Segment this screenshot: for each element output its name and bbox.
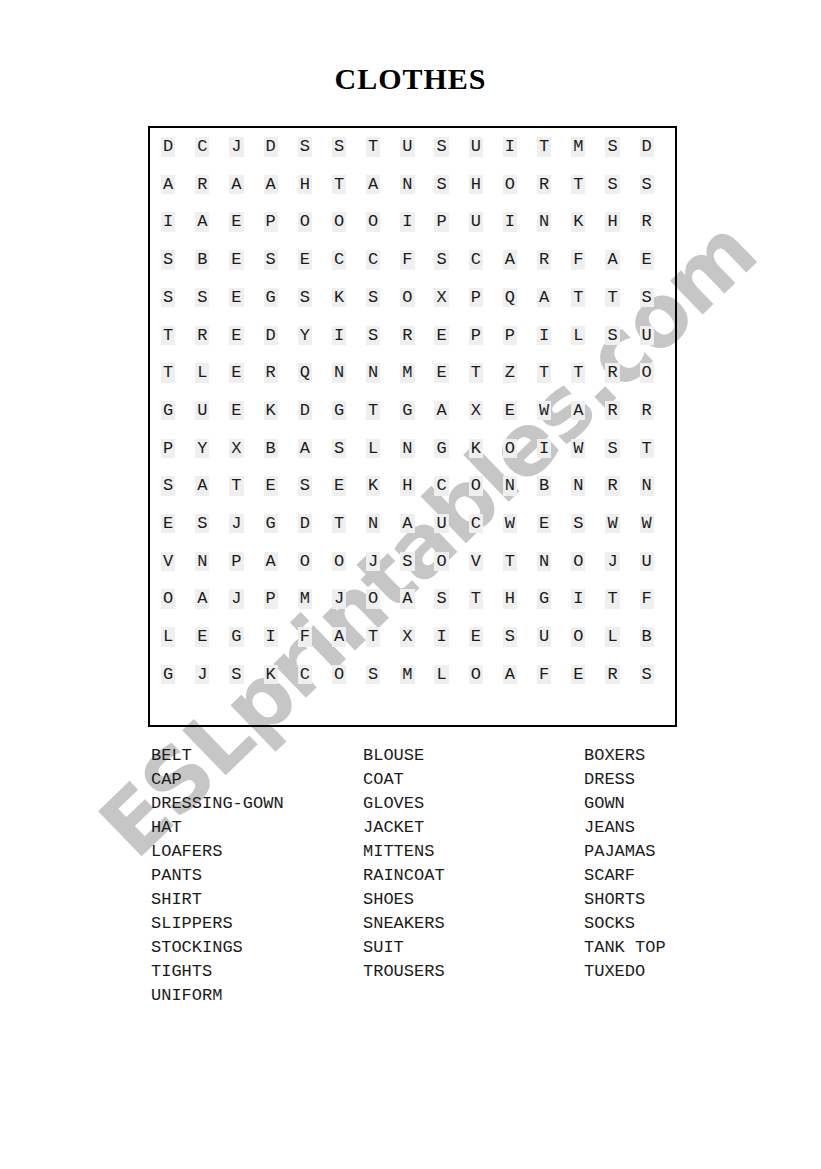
grid-letter: Q [503,288,517,308]
grid-cell-r5c1: S [151,279,185,317]
grid-cell-r10c3: T [219,467,253,505]
grid-cell-r3c13: K [561,203,595,241]
grid-cell-r2c13: T [561,166,595,204]
word-item: UNIFORM [151,984,284,1008]
grid-letter: E [264,476,278,496]
word-item: JACKET [363,816,445,840]
grid-letter: H [605,212,619,232]
grid-letter: K [469,439,483,459]
grid-letter: G [434,439,448,459]
grid-letter: S [366,665,380,685]
grid-letter: G [161,401,175,421]
grid-letter: C [469,250,483,270]
grid-cell-r9c7: L [356,430,390,468]
grid-cell-r13c15: F [630,580,664,618]
grid-cell-r12c15: U [630,543,664,581]
word-item: PANTS [151,864,284,888]
grid-cell-r6c9: E [425,316,459,354]
grid-cell-r2c1: A [151,166,185,204]
grid-letter: V [469,552,483,572]
grid-letter: O [640,363,654,383]
grid-letter: A [298,439,312,459]
grid-cell-r5c14: T [595,279,629,317]
grid-letter: K [264,401,278,421]
grid-cell-r1c14: S [595,128,629,166]
grid-cell-r15c13: E [561,656,595,694]
grid-letter: X [469,401,483,421]
grid-cell-r4c8: F [390,241,424,279]
grid-cell-r2c10: H [459,166,493,204]
grid-letter: O [469,665,483,685]
grid-cell-r12c11: T [493,543,527,581]
grid-letter: L [434,665,448,685]
grid-cell-r2c4: A [254,166,288,204]
grid-letter: C [195,137,209,157]
grid-letter: R [640,212,654,232]
grid-letter: U [400,137,414,157]
word-item: BELT [151,744,284,768]
grid-cell-r4c4: S [254,241,288,279]
grid-cell-r9c8: N [390,430,424,468]
grid-letter: I [537,439,551,459]
grid-cell-r1c11: I [493,128,527,166]
word-item: SHIRT [151,888,284,912]
grid-letter: A [264,552,278,572]
grid-cell-r12c8: S [390,543,424,581]
grid-cell-r6c3: E [219,316,253,354]
grid-cell-r11c15: W [630,505,664,543]
grid-letter: N [503,476,517,496]
word-item: CAP [151,768,284,792]
grid-letter: H [469,175,483,195]
grid-cell-r1c3: J [219,128,253,166]
grid-cell-r3c7: O [356,203,390,241]
grid-cell-r13c10: T [459,580,493,618]
puzzle-title: CLOTHES [0,62,821,96]
grid-cell-r10c2: A [185,467,219,505]
grid-cell-r13c14: T [595,580,629,618]
grid-letter: I [434,627,448,647]
grid-cell-r12c14: J [595,543,629,581]
grid-cell-r15c7: S [356,656,390,694]
grid-cell-r9c10: K [459,430,493,468]
word-item: HAT [151,816,284,840]
grid-letter: D [264,137,278,157]
grid-letter: N [366,363,380,383]
grid-cell-r5c8: O [390,279,424,317]
grid-cell-r8c3: E [219,392,253,430]
grid-letter: S [605,326,619,346]
word-item: TROUSERS [363,960,445,984]
grid-cell-r12c2: N [185,543,219,581]
grid-cell-r11c12: E [527,505,561,543]
grid-cell-r6c5: Y [288,316,322,354]
grid-letter: O [503,439,517,459]
grid-cell-r15c9: L [425,656,459,694]
grid-cell-r4c1: S [151,241,185,279]
grid-letter: M [298,589,312,609]
grid-cell-r14c1: L [151,618,185,656]
grid-cell-r12c12: N [527,543,561,581]
grid-cell-r2c6: T [322,166,356,204]
grid-cell-r12c13: O [561,543,595,581]
word-item: TUXEDO [584,960,666,984]
grid-letter: C [298,665,312,685]
grid-cell-r4c10: C [459,241,493,279]
word-item: BOXERS [584,744,666,768]
grid-cell-r2c3: A [219,166,253,204]
grid-letter: T [366,627,380,647]
grid-cell-r3c2: A [185,203,219,241]
grid-cell-r1c2: C [185,128,219,166]
grid-cell-r15c14: R [595,656,629,694]
grid-cell-r7c8: M [390,354,424,392]
grid-letter: A [366,175,380,195]
grid-letter: O [366,589,380,609]
grid-letter: O [400,288,414,308]
grid-cell-r3c1: I [151,203,185,241]
grid-letter: E [229,326,243,346]
grid-letter: T [366,401,380,421]
grid-cell-r7c15: O [630,354,664,392]
grid-cell-r11c4: G [254,505,288,543]
grid-cell-r13c2: A [185,580,219,618]
grid-letter: R [195,175,209,195]
grid-letter: J [229,514,243,534]
grid-letter: N [400,439,414,459]
word-item: SCARF [584,864,666,888]
grid-letter: O [298,212,312,232]
grid-cell-r15c6: O [322,656,356,694]
grid-cell-r15c8: M [390,656,424,694]
word-item: RAINCOAT [363,864,445,888]
grid-letter: T [537,363,551,383]
grid-letter: B [195,250,209,270]
grid-letter: E [503,401,517,421]
word-item: DRESS [584,768,666,792]
grid-cell-r10c12: B [527,467,561,505]
grid-cell-r7c13: T [561,354,595,392]
grid-letter: T [161,326,175,346]
grid-cell-r12c1: V [151,543,185,581]
grid-letter: R [195,326,209,346]
grid-cell-r7c9: E [425,354,459,392]
grid-letter: O [571,627,585,647]
grid-letter: S [195,514,209,534]
grid-letter: T [503,552,517,572]
grid-cell-r13c9: S [425,580,459,618]
grid-cell-r7c14: R [595,354,629,392]
grid-cell-r9c15: T [630,430,664,468]
grid-letter: S [264,250,278,270]
word-item: SHOES [363,888,445,912]
grid-cell-r4c7: C [356,241,390,279]
grid-letter: E [332,476,346,496]
grid-letter: G [161,665,175,685]
grid-cell-r4c2: B [185,241,219,279]
grid-letter: T [229,476,243,496]
grid-letter: A [503,250,517,270]
grid-cell-r9c2: Y [185,430,219,468]
grid-letter: N [537,212,551,232]
grid-letter: A [195,476,209,496]
grid-cell-r14c9: I [425,618,459,656]
grid-letter: S [640,175,654,195]
word-item: TANK TOP [584,936,666,960]
grid-letter: O [366,212,380,232]
grid-cell-r15c4: K [254,656,288,694]
word-item: SHORTS [584,888,666,912]
grid-cell-r2c9: S [425,166,459,204]
grid-cell-r2c14: S [595,166,629,204]
grid-letter: S [195,288,209,308]
word-item: COAT [363,768,445,792]
grid-cell-r3c15: R [630,203,664,241]
grid-letter: O [332,665,346,685]
grid-letter: X [229,439,243,459]
grid-cell-r4c14: A [595,241,629,279]
grid-cell-r8c9: A [425,392,459,430]
grid-cell-r14c5: F [288,618,322,656]
grid-letter: E [434,326,448,346]
grid-letter: S [571,514,585,534]
grid-cell-r8c13: A [561,392,595,430]
grid-letter: I [264,627,278,647]
grid-letter: S [161,476,175,496]
grid-cell-r9c4: B [254,430,288,468]
grid-letter: L [195,363,209,383]
grid-letter: D [640,137,654,157]
grid-cell-r13c12: G [527,580,561,618]
grid-cell-r1c5: S [288,128,322,166]
grid-cell-r9c14: S [595,430,629,468]
word-item: SLIPPERS [151,912,284,936]
grid-letter: S [434,589,448,609]
grid-cell-r11c9: U [425,505,459,543]
grid-letter: E [537,514,551,534]
letter-grid: DCJDSSTUSUITMSDARAAHTANSHORTSSIAEPOOOIPU… [150,128,675,693]
grid-cell-r14c4: I [254,618,288,656]
grid-letter: E [229,250,243,270]
word-item: GOWN [584,792,666,816]
grid-cell-r15c2: J [185,656,219,694]
grid-letter: P [229,552,243,572]
grid-letter: E [469,627,483,647]
grid-letter: T [571,288,585,308]
grid-cell-r12c10: V [459,543,493,581]
grid-cell-r6c1: T [151,316,185,354]
grid-cell-r14c15: B [630,618,664,656]
grid-cell-r10c4: E [254,467,288,505]
grid-letter: H [503,589,517,609]
grid-cell-r6c2: R [185,316,219,354]
grid-cell-r4c9: S [425,241,459,279]
grid-letter: N [332,363,346,383]
grid-cell-r13c6: J [322,580,356,618]
grid-cell-r15c5: C [288,656,322,694]
grid-letter: S [605,175,619,195]
grid-letter: S [605,137,619,157]
grid-cell-r8c8: G [390,392,424,430]
grid-letter: P [161,439,175,459]
grid-cell-r5c2: S [185,279,219,317]
page: { "game": "word-search", "title": "CLOTH… [0,0,821,1169]
grid-letter: P [264,212,278,232]
grid-cell-r6c13: L [561,316,595,354]
grid-letter: U [640,552,654,572]
grid-cell-r6c10: P [459,316,493,354]
grid-letter: E [161,514,175,534]
grid-cell-r10c9: C [425,467,459,505]
word-column-1: BELTCAPDRESSING-GOWNHATLOAFERSPANTSSHIRT… [151,744,284,1008]
grid-cell-r5c10: P [459,279,493,317]
grid-letter: T [161,363,175,383]
grid-letter: T [605,589,619,609]
grid-letter: K [366,476,380,496]
grid-cell-r14c8: X [390,618,424,656]
grid-letter: O [571,552,585,572]
grid-cell-r6c8: R [390,316,424,354]
grid-cell-r1c7: T [356,128,390,166]
grid-cell-r9c13: W [561,430,595,468]
grid-cell-r2c11: O [493,166,527,204]
grid-cell-r3c6: O [322,203,356,241]
grid-cell-r8c4: K [254,392,288,430]
grid-letter: B [640,627,654,647]
grid-cell-r3c5: O [288,203,322,241]
grid-cell-r8c10: X [459,392,493,430]
grid-cell-r5c13: T [561,279,595,317]
grid-cell-r9c6: S [322,430,356,468]
word-item: JEANS [584,816,666,840]
grid-letter: D [298,401,312,421]
grid-cell-r14c3: G [219,618,253,656]
grid-cell-r3c10: U [459,203,493,241]
grid-letter: I [400,212,414,232]
grid-cell-r8c6: G [322,392,356,430]
grid-cell-r3c14: H [595,203,629,241]
grid-letter: O [434,552,448,572]
grid-letter: E [434,363,448,383]
grid-letter: I [332,326,346,346]
grid-letter: H [298,175,312,195]
grid-letter: S [434,175,448,195]
grid-letter: J [366,552,380,572]
grid-cell-r10c8: H [390,467,424,505]
grid-cell-r10c5: S [288,467,322,505]
grid-cell-r2c12: R [527,166,561,204]
grid-cell-r1c13: M [561,128,595,166]
grid-letter: T [640,439,654,459]
grid-cell-r15c10: O [459,656,493,694]
grid-cell-r15c12: F [527,656,561,694]
grid-letter: P [469,288,483,308]
grid-letter: T [605,288,619,308]
grid-letter: E [229,288,243,308]
grid-letter: J [332,589,346,609]
word-item: SUIT [363,936,445,960]
grid-cell-r1c10: U [459,128,493,166]
grid-letter: A [605,250,619,270]
grid-letter: R [640,401,654,421]
grid-cell-r3c4: P [254,203,288,241]
grid-letter: I [503,137,517,157]
word-item: BLOUSE [363,744,445,768]
grid-cell-r5c5: S [288,279,322,317]
grid-letter: N [195,552,209,572]
word-item: MITTENS [363,840,445,864]
grid-letter: T [332,514,346,534]
grid-letter: I [571,589,585,609]
grid-letter: C [366,250,380,270]
grid-letter: L [366,439,380,459]
grid-cell-r11c11: W [493,505,527,543]
grid-letter: Y [298,326,312,346]
grid-cell-r6c6: I [322,316,356,354]
grid-letter: N [537,552,551,572]
grid-letter: E [229,363,243,383]
grid-cell-r14c12: U [527,618,561,656]
grid-letter: G [264,514,278,534]
word-item: PAJAMAS [584,840,666,864]
grid-letter: K [571,212,585,232]
grid-letter: E [195,627,209,647]
grid-letter: S [640,288,654,308]
grid-letter: C [332,250,346,270]
grid-cell-r1c9: S [425,128,459,166]
grid-letter: A [400,514,414,534]
grid-letter: J [605,552,619,572]
grid-letter: U [434,514,448,534]
grid-cell-r13c8: A [390,580,424,618]
grid-cell-r11c14: W [595,505,629,543]
grid-letter: S [332,137,346,157]
grid-cell-r11c13: S [561,505,595,543]
grid-cell-r2c7: A [356,166,390,204]
grid-letter: T [571,175,585,195]
grid-cell-r6c11: P [493,316,527,354]
grid-cell-r12c5: O [288,543,322,581]
grid-letter: S [161,250,175,270]
word-item: SOCKS [584,912,666,936]
grid-cell-r8c15: R [630,392,664,430]
grid-cell-r4c3: E [219,241,253,279]
grid-cell-r12c7: J [356,543,390,581]
grid-letter: F [400,250,414,270]
grid-cell-r11c1: E [151,505,185,543]
grid-cell-r13c5: M [288,580,322,618]
grid-cell-r14c7: T [356,618,390,656]
grid-letter: W [571,439,585,459]
grid-letter: N [400,175,414,195]
grid-cell-r6c12: I [527,316,561,354]
grid-cell-r9c12: I [527,430,561,468]
grid-cell-r12c3: P [219,543,253,581]
grid-cell-r1c4: D [254,128,288,166]
grid-cell-r7c3: E [219,354,253,392]
grid-cell-r6c4: D [254,316,288,354]
grid-cell-r11c5: D [288,505,322,543]
grid-cell-r4c6: C [322,241,356,279]
grid-letter: S [366,326,380,346]
grid-letter: S [229,665,243,685]
grid-cell-r13c13: I [561,580,595,618]
grid-letter: U [469,137,483,157]
grid-cell-r14c14: L [595,618,629,656]
grid-cell-r13c3: J [219,580,253,618]
grid-letter: R [264,363,278,383]
grid-letter: E [229,401,243,421]
